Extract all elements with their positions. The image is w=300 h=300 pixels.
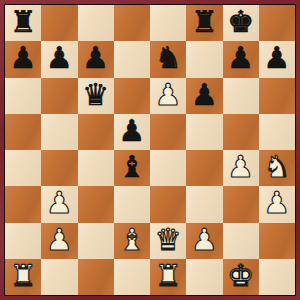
white-pawn-b2[interactable]: ♟: [46, 225, 73, 255]
square-h8[interactable]: [259, 5, 295, 41]
square-e1[interactable]: ♜: [150, 259, 186, 295]
square-h7[interactable]: ♟: [259, 41, 295, 77]
square-b4[interactable]: [41, 150, 77, 186]
square-a4[interactable]: [5, 150, 41, 186]
white-knight-h4[interactable]: ♞: [263, 152, 290, 182]
square-c2[interactable]: [78, 223, 114, 259]
square-b1[interactable]: [41, 259, 77, 295]
square-g2[interactable]: [223, 223, 259, 259]
chess-board-frame: ♜♜♚♟♟♟♞♟♟♛♟♟♟♝♟♞♟♟♟♝♛♟♜♜♚: [0, 0, 300, 300]
black-bishop-d4[interactable]: ♝: [118, 152, 145, 182]
square-d1[interactable]: [114, 259, 150, 295]
square-b3[interactable]: ♟: [41, 186, 77, 222]
square-g3[interactable]: [223, 186, 259, 222]
square-c4[interactable]: [78, 150, 114, 186]
white-rook-e1[interactable]: ♜: [155, 261, 182, 291]
black-rook-a8[interactable]: ♜: [10, 7, 37, 37]
square-b2[interactable]: ♟: [41, 223, 77, 259]
black-pawn-h7[interactable]: ♟: [263, 43, 290, 73]
square-d4[interactable]: ♝: [114, 150, 150, 186]
black-pawn-a7[interactable]: ♟: [10, 43, 37, 73]
square-f3[interactable]: [186, 186, 222, 222]
square-e6[interactable]: ♟: [150, 78, 186, 114]
black-pawn-f6[interactable]: ♟: [191, 80, 218, 110]
square-d2[interactable]: ♝: [114, 223, 150, 259]
white-pawn-b3[interactable]: ♟: [46, 188, 73, 218]
square-c7[interactable]: ♟: [78, 41, 114, 77]
black-knight-e7[interactable]: ♞: [155, 43, 182, 73]
square-h4[interactable]: ♞: [259, 150, 295, 186]
black-rook-f8[interactable]: ♜: [191, 7, 218, 37]
black-pawn-d5[interactable]: ♟: [118, 116, 145, 146]
square-a3[interactable]: [5, 186, 41, 222]
square-d7[interactable]: [114, 41, 150, 77]
white-pawn-e6[interactable]: ♟: [155, 80, 182, 110]
black-king-g8[interactable]: ♚: [227, 7, 254, 37]
square-e5[interactable]: [150, 114, 186, 150]
white-pawn-h3[interactable]: ♟: [263, 188, 290, 218]
square-a5[interactable]: [5, 114, 41, 150]
square-c1[interactable]: [78, 259, 114, 295]
black-queen-c6[interactable]: ♛: [82, 80, 109, 110]
square-e3[interactable]: [150, 186, 186, 222]
white-pawn-f2[interactable]: ♟: [191, 225, 218, 255]
square-h2[interactable]: [259, 223, 295, 259]
white-rook-a1[interactable]: ♜: [10, 261, 37, 291]
square-c6[interactable]: ♛: [78, 78, 114, 114]
square-d8[interactable]: [114, 5, 150, 41]
square-c5[interactable]: [78, 114, 114, 150]
square-e2[interactable]: ♛: [150, 223, 186, 259]
square-a2[interactable]: [5, 223, 41, 259]
square-d5[interactable]: ♟: [114, 114, 150, 150]
square-f8[interactable]: ♜: [186, 5, 222, 41]
square-b8[interactable]: [41, 5, 77, 41]
square-f5[interactable]: [186, 114, 222, 150]
square-h3[interactable]: ♟: [259, 186, 295, 222]
square-c8[interactable]: [78, 5, 114, 41]
square-g4[interactable]: ♟: [223, 150, 259, 186]
chess-board: ♜♜♚♟♟♟♞♟♟♛♟♟♟♝♟♞♟♟♟♝♛♟♜♜♚: [4, 4, 296, 296]
square-f6[interactable]: ♟: [186, 78, 222, 114]
square-a6[interactable]: [5, 78, 41, 114]
square-g8[interactable]: ♚: [223, 5, 259, 41]
white-king-g1[interactable]: ♚: [227, 261, 254, 291]
square-e8[interactable]: [150, 5, 186, 41]
square-b6[interactable]: [41, 78, 77, 114]
square-b7[interactable]: ♟: [41, 41, 77, 77]
square-f2[interactable]: ♟: [186, 223, 222, 259]
black-pawn-g7[interactable]: ♟: [227, 43, 254, 73]
square-d6[interactable]: [114, 78, 150, 114]
square-h5[interactable]: [259, 114, 295, 150]
square-e4[interactable]: [150, 150, 186, 186]
white-bishop-d2[interactable]: ♝: [118, 225, 145, 255]
square-c3[interactable]: [78, 186, 114, 222]
black-pawn-b7[interactable]: ♟: [46, 43, 73, 73]
square-f7[interactable]: [186, 41, 222, 77]
square-a1[interactable]: ♜: [5, 259, 41, 295]
square-f1[interactable]: [186, 259, 222, 295]
square-g6[interactable]: [223, 78, 259, 114]
square-a8[interactable]: ♜: [5, 5, 41, 41]
square-h6[interactable]: [259, 78, 295, 114]
white-queen-e2[interactable]: ♛: [155, 225, 182, 255]
square-g1[interactable]: ♚: [223, 259, 259, 295]
square-g7[interactable]: ♟: [223, 41, 259, 77]
square-a7[interactable]: ♟: [5, 41, 41, 77]
square-e7[interactable]: ♞: [150, 41, 186, 77]
square-f4[interactable]: [186, 150, 222, 186]
square-h1[interactable]: [259, 259, 295, 295]
square-b5[interactable]: [41, 114, 77, 150]
square-g5[interactable]: [223, 114, 259, 150]
black-pawn-c7[interactable]: ♟: [82, 43, 109, 73]
square-d3[interactable]: [114, 186, 150, 222]
white-pawn-g4[interactable]: ♟: [227, 152, 254, 182]
